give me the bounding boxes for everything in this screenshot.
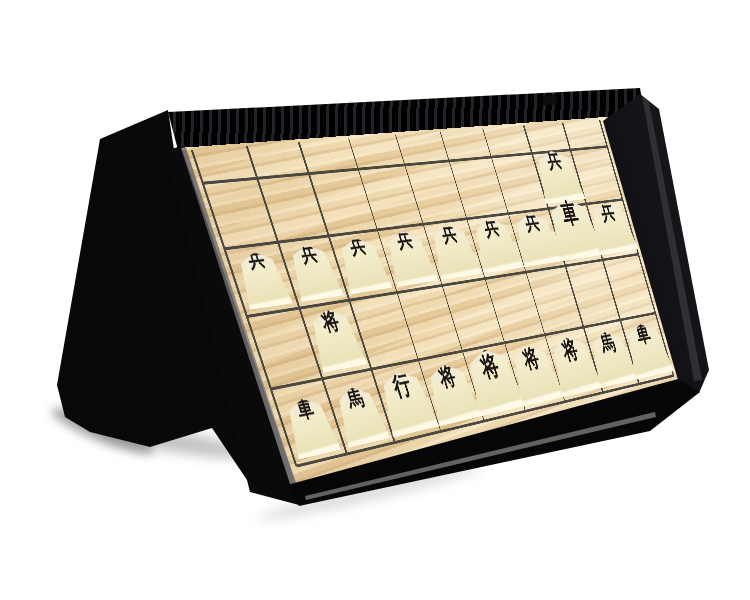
piece-pawn: 歩兵 bbox=[284, 242, 344, 302]
piece-kanji: 歩 bbox=[387, 206, 408, 229]
piece-knight: 桂馬 bbox=[330, 384, 390, 448]
piece-kanji: 歩 bbox=[238, 227, 260, 250]
piece-kanji: 車 bbox=[294, 396, 316, 420]
piece-kanji: 香 bbox=[287, 375, 309, 399]
piece-kanji: 行 bbox=[390, 373, 413, 400]
piece-kanji: 兵 bbox=[522, 210, 542, 233]
piece-kanji: 将 bbox=[560, 338, 581, 363]
piece-kanji: 兵 bbox=[394, 228, 415, 251]
piece-kanji: 香 bbox=[627, 301, 646, 325]
piece-pawn: 歩兵 bbox=[531, 149, 586, 204]
piece-kanji: 角 bbox=[383, 349, 407, 376]
piece-kanji: 歩 bbox=[432, 200, 453, 223]
piece-kanji: 歩 bbox=[474, 194, 494, 217]
piece-kanji: 桂 bbox=[591, 309, 611, 333]
piece-kanji: 歩 bbox=[340, 213, 362, 236]
piece-kanji: 兵 bbox=[544, 148, 564, 171]
piece-kanji: 馬 bbox=[344, 386, 366, 410]
piece-kanji: 金 bbox=[514, 324, 535, 349]
piece-kanji: 車 bbox=[634, 323, 653, 347]
piece-kanji: 馬 bbox=[598, 330, 618, 355]
piece-kanji: 歩 bbox=[515, 189, 535, 212]
piece-kanji: 兵 bbox=[598, 200, 617, 223]
piece-kanji: 将 bbox=[436, 365, 458, 390]
piece-kanji: 金 bbox=[429, 342, 451, 367]
piece-kanji: 将 bbox=[319, 310, 342, 335]
piece-kanji: 歩 bbox=[537, 126, 557, 149]
piece-pawn: 歩兵 bbox=[333, 235, 392, 294]
piece-kanji: 歩 bbox=[591, 178, 610, 201]
piece-kanji: 銀 bbox=[553, 315, 574, 340]
piece-kanji: 王 bbox=[470, 327, 494, 355]
piece-kanji: 兵 bbox=[438, 222, 459, 245]
piece-kanji: 将 bbox=[521, 346, 542, 371]
hinge-knuckle bbox=[543, 95, 558, 106]
piece-kanji: 兵 bbox=[481, 216, 501, 239]
piece-kanji: 兵 bbox=[297, 241, 319, 264]
piece-kanji: 車 bbox=[559, 202, 581, 228]
piece-pawn: 歩兵 bbox=[381, 229, 439, 287]
piece-silver-general: 銀将 bbox=[304, 306, 368, 373]
piece-pawn: 歩兵 bbox=[232, 250, 293, 310]
piece-kanji: 将 bbox=[478, 352, 502, 380]
piece-lance: 香車 bbox=[280, 394, 341, 459]
piece-kanji: 兵 bbox=[347, 234, 368, 257]
piece-kanji: 歩 bbox=[290, 220, 312, 243]
piece-kanji: 兵 bbox=[245, 248, 267, 271]
product-photo-scene: 歩兵歩兵歩兵歩兵歩兵歩兵歩兵歩兵飛車歩兵銀将香車桂馬角行金将王将金将銀将桂馬香車 bbox=[0, 0, 750, 600]
